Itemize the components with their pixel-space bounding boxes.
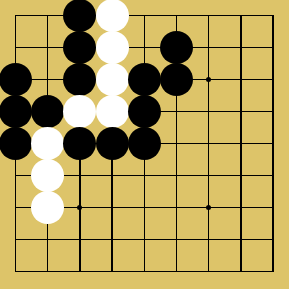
black-stone-c5-r4[interactable] <box>128 95 161 128</box>
black-stone-c3-r1[interactable] <box>63 0 96 32</box>
black-stone-c1-r5[interactable] <box>0 127 32 160</box>
star-point-3-7 <box>77 205 82 210</box>
black-stone-c3-r2[interactable] <box>63 31 96 64</box>
go-board[interactable] <box>0 0 289 289</box>
black-stone-c2-r4[interactable] <box>31 95 64 128</box>
white-stone-c4-r2[interactable] <box>96 31 129 64</box>
white-stone-c4-r3[interactable] <box>96 63 129 96</box>
star-point-7-3 <box>206 77 211 82</box>
black-stone-c1-r4[interactable] <box>0 95 32 128</box>
black-stone-c6-r3[interactable] <box>160 63 193 96</box>
black-stone-c1-r3[interactable] <box>0 63 32 96</box>
white-stone-c2-r5[interactable] <box>31 127 64 160</box>
black-stone-c5-r5[interactable] <box>128 127 161 160</box>
black-stone-c5-r3[interactable] <box>128 63 161 96</box>
black-stone-c3-r3[interactable] <box>63 63 96 96</box>
black-stone-c3-r5[interactable] <box>63 127 96 160</box>
black-stone-c4-r5[interactable] <box>96 127 129 160</box>
grid-line-vertical-7 <box>208 15 210 273</box>
grid-line-vertical-9 <box>272 15 274 273</box>
white-stone-c4-r4[interactable] <box>96 95 129 128</box>
grid-line-horizontal-8 <box>15 239 274 241</box>
star-point-7-7 <box>206 205 211 210</box>
white-stone-c3-r4[interactable] <box>63 95 96 128</box>
white-stone-c4-r1[interactable] <box>96 0 129 32</box>
grid-line-vertical-8 <box>240 15 242 273</box>
white-stone-c2-r6[interactable] <box>31 159 64 192</box>
black-stone-c6-r2[interactable] <box>160 31 193 64</box>
grid-line-horizontal-9 <box>15 271 274 273</box>
white-stone-c2-r7[interactable] <box>31 191 64 224</box>
